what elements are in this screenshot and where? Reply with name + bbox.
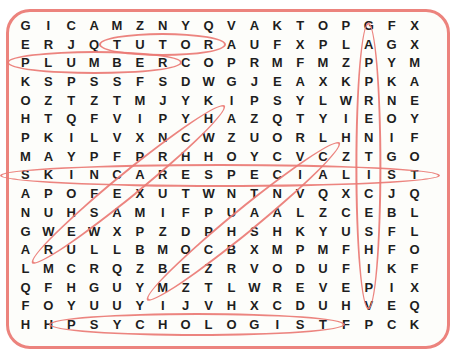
grid-cell[interactable]: H (14, 315, 37, 334)
grid-cell[interactable]: U (106, 297, 129, 316)
grid-cell[interactable]: Y (60, 147, 83, 166)
grid-cell[interactable]: B (106, 53, 129, 72)
grid-cell[interactable]: G (14, 222, 37, 241)
grid-cell[interactable]: E (174, 166, 197, 185)
grid-cell[interactable]: S (289, 315, 312, 334)
grid-cell[interactable]: R (357, 91, 380, 110)
grid-cell[interactable]: Y (174, 91, 197, 110)
grid-cell[interactable]: K (37, 166, 60, 185)
grid-cell[interactable]: A (403, 72, 426, 91)
grid-cell[interactable]: I (380, 278, 403, 297)
grid-cell[interactable]: O (14, 91, 37, 110)
grid-cell[interactable]: C (266, 147, 289, 166)
grid-cell[interactable]: T (174, 184, 197, 203)
grid-cell[interactable]: C (174, 53, 197, 72)
grid-cell[interactable]: L (14, 259, 37, 278)
grid-cell[interactable]: G (380, 147, 403, 166)
grid-cell[interactable]: O (403, 240, 426, 259)
grid-cell[interactable]: I (37, 16, 60, 35)
grid-cell[interactable]: N (380, 91, 403, 110)
grid-cell[interactable]: Q (14, 278, 37, 297)
grid-cell[interactable]: U (60, 240, 83, 259)
grid-cell[interactable]: F (403, 259, 426, 278)
grid-cell[interactable]: X (289, 35, 312, 54)
grid-cell[interactable]: A (289, 72, 312, 91)
grid-cell[interactable]: P (312, 35, 335, 54)
grid-cell[interactable]: Z (312, 203, 335, 222)
grid-cell[interactable]: T (197, 278, 220, 297)
grid-cell[interactable]: N (357, 128, 380, 147)
grid-cell[interactable]: E (174, 259, 197, 278)
grid-cell[interactable]: P (128, 147, 151, 166)
grid-cell[interactable]: P (128, 222, 151, 241)
grid-cell[interactable]: X (334, 184, 357, 203)
grid-cell[interactable]: O (380, 110, 403, 129)
grid-cell[interactable]: N (83, 166, 106, 185)
grid-cell[interactable]: I (151, 203, 174, 222)
grid-cell[interactable]: L (334, 35, 357, 54)
grid-cell[interactable]: L (83, 128, 106, 147)
grid-cell[interactable]: O (312, 16, 335, 35)
grid-cell[interactable]: P (357, 53, 380, 72)
grid-cell[interactable]: F (128, 72, 151, 91)
grid-cell[interactable]: N (151, 128, 174, 147)
grid-cell[interactable]: S (380, 166, 403, 185)
grid-cell[interactable]: Y (380, 53, 403, 72)
grid-cell[interactable]: U (106, 278, 129, 297)
grid-cell[interactable]: R (197, 35, 220, 54)
grid-cell[interactable]: Z (197, 259, 220, 278)
grid-cell[interactable]: V (289, 147, 312, 166)
grid-cell[interactable]: Y (128, 278, 151, 297)
grid-cell[interactable]: T (403, 166, 426, 185)
grid-cell[interactable]: Y (312, 110, 335, 129)
grid-cell[interactable]: G (83, 278, 106, 297)
grid-cell[interactable]: V (312, 278, 335, 297)
grid-cell[interactable]: F (266, 35, 289, 54)
grid-cell[interactable]: R (151, 166, 174, 185)
grid-cell[interactable]: H (197, 147, 220, 166)
grid-cell[interactable]: I (266, 315, 289, 334)
grid-cell[interactable]: F (380, 240, 403, 259)
grid-cell[interactable]: P (289, 240, 312, 259)
grid-cell[interactable]: P (151, 110, 174, 129)
grid-cell[interactable]: W (197, 72, 220, 91)
grid-cell[interactable]: O (60, 184, 83, 203)
grid-cell[interactable]: Y (174, 16, 197, 35)
grid-cell[interactable]: I (60, 166, 83, 185)
grid-cell[interactable]: W (37, 222, 60, 241)
grid-cell[interactable]: C (60, 16, 83, 35)
grid-cell[interactable]: L (403, 203, 426, 222)
grid-cell[interactable]: V (197, 297, 220, 316)
grid-cell[interactable]: P (60, 315, 83, 334)
grid-cell[interactable]: T (106, 91, 129, 110)
grid-cell[interactable]: C (357, 184, 380, 203)
grid-cell[interactable]: C (60, 259, 83, 278)
grid-cell[interactable]: N (14, 203, 37, 222)
grid-cell[interactable]: X (403, 35, 426, 54)
grid-cell[interactable]: I (220, 91, 243, 110)
grid-cell[interactable]: P (14, 128, 37, 147)
grid-cell[interactable]: A (243, 203, 266, 222)
grid-cell[interactable]: E (289, 278, 312, 297)
grid-cell[interactable]: L (197, 315, 220, 334)
grid-cell[interactable]: S (83, 315, 106, 334)
grid-cell[interactable]: V (106, 128, 129, 147)
grid-cell[interactable]: K (289, 222, 312, 241)
grid-cell[interactable]: U (243, 35, 266, 54)
grid-cell[interactable]: G (243, 315, 266, 334)
grid-cell[interactable]: Q (197, 16, 220, 35)
grid-cell[interactable]: H (37, 315, 60, 334)
grid-cell[interactable]: C (266, 166, 289, 185)
grid-cell[interactable]: G (14, 16, 37, 35)
grid-cell[interactable]: E (357, 203, 380, 222)
grid-cell[interactable]: F (380, 222, 403, 241)
grid-cell[interactable]: N (266, 184, 289, 203)
grid-cell[interactable]: I (357, 259, 380, 278)
grid-cell[interactable]: T (357, 147, 380, 166)
grid-cell[interactable]: T (289, 16, 312, 35)
grid-cell[interactable]: X (403, 278, 426, 297)
grid-cell[interactable]: U (60, 53, 83, 72)
grid-cell[interactable]: D (289, 297, 312, 316)
grid-cell[interactable]: P (357, 72, 380, 91)
grid-cell[interactable]: Q (60, 110, 83, 129)
grid-cell[interactable]: Z (83, 91, 106, 110)
grid-cell[interactable]: G (380, 35, 403, 54)
grid-cell[interactable]: Y (128, 297, 151, 316)
grid-cell[interactable]: F (289, 53, 312, 72)
grid-cell[interactable]: E (243, 166, 266, 185)
grid-cell[interactable]: I (151, 297, 174, 316)
grid-cell[interactable]: U (128, 35, 151, 54)
grid-cell[interactable]: R (37, 240, 60, 259)
grid-cell[interactable]: S (37, 72, 60, 91)
grid-cell[interactable]: A (37, 147, 60, 166)
grid-cell[interactable]: L (106, 240, 129, 259)
grid-cell[interactable]: K (197, 91, 220, 110)
grid-cell[interactable]: S (83, 72, 106, 91)
grid-cell[interactable]: P (197, 203, 220, 222)
grid-cell[interactable]: K (14, 72, 37, 91)
grid-cell[interactable]: P (220, 53, 243, 72)
grid-cell[interactable]: O (220, 315, 243, 334)
grid-cell[interactable]: F (83, 110, 106, 129)
grid-cell[interactable]: J (151, 91, 174, 110)
grid-cell[interactable]: H (151, 315, 174, 334)
grid-cell[interactable]: B (128, 240, 151, 259)
grid-cell[interactable]: O (174, 240, 197, 259)
grid-cell[interactable]: W (334, 91, 357, 110)
grid-cell[interactable]: S (243, 222, 266, 241)
grid-cell[interactable]: Z (128, 16, 151, 35)
grid-cell[interactable]: L (37, 53, 60, 72)
grid-cell[interactable]: Y (60, 297, 83, 316)
grid-cell[interactable]: A (220, 35, 243, 54)
grid-cell[interactable]: J (380, 184, 403, 203)
grid-cell[interactable]: M (128, 203, 151, 222)
grid-cell[interactable]: P (243, 91, 266, 110)
grid-cell[interactable]: D (289, 259, 312, 278)
grid-cell[interactable]: R (220, 259, 243, 278)
grid-cell[interactable]: C (312, 147, 335, 166)
grid-cell[interactable]: U (243, 128, 266, 147)
grid-cell[interactable]: X (312, 72, 335, 91)
grid-cell[interactable]: R (37, 35, 60, 54)
grid-cell[interactable]: F (174, 203, 197, 222)
grid-cell[interactable]: Q (83, 35, 106, 54)
grid-cell[interactable]: F (106, 147, 129, 166)
grid-cell[interactable]: Z (334, 147, 357, 166)
grid-cell[interactable]: T (289, 110, 312, 129)
grid-cell[interactable]: F (380, 16, 403, 35)
grid-cell[interactable]: O (220, 147, 243, 166)
grid-cell[interactable]: E (14, 35, 37, 54)
grid-cell[interactable]: D (174, 72, 197, 91)
grid-cell[interactable]: A (14, 184, 37, 203)
grid-cell[interactable]: N (220, 184, 243, 203)
grid-cell[interactable]: Z (220, 128, 243, 147)
grid-cell[interactable]: K (380, 72, 403, 91)
grid-cell[interactable]: H (220, 222, 243, 241)
grid-cell[interactable]: A (106, 203, 129, 222)
grid-cell[interactable]: V (220, 16, 243, 35)
grid-cell[interactable]: K (37, 128, 60, 147)
grid-cell[interactable]: H (14, 110, 37, 129)
grid-cell[interactable]: T (37, 110, 60, 129)
grid-cell[interactable]: L (289, 203, 312, 222)
grid-cell[interactable]: O (174, 315, 197, 334)
grid-cell[interactable]: K (403, 315, 426, 334)
grid-cell[interactable]: C (380, 315, 403, 334)
grid-cell[interactable]: H (197, 110, 220, 129)
grid-cell[interactable]: H (60, 203, 83, 222)
grid-cell[interactable]: E (380, 297, 403, 316)
grid-cell[interactable]: X (243, 240, 266, 259)
grid-cell[interactable]: M (83, 53, 106, 72)
grid-cell[interactable]: U (83, 297, 106, 316)
grid-cell[interactable]: K (334, 72, 357, 91)
grid-cell[interactable]: I (334, 110, 357, 129)
grid-cell[interactable]: P (334, 16, 357, 35)
grid-cell[interactable]: W (243, 278, 266, 297)
grid-cell[interactable]: R (83, 259, 106, 278)
grid-cell[interactable]: F (403, 128, 426, 147)
grid-cell[interactable]: P (14, 53, 37, 72)
grid-cell[interactable]: L (312, 91, 335, 110)
grid-cell[interactable]: O (266, 259, 289, 278)
grid-cell[interactable]: X (106, 222, 129, 241)
grid-cell[interactable]: M (266, 240, 289, 259)
grid-cell[interactable]: H (334, 297, 357, 316)
grid-cell[interactable]: R (243, 53, 266, 72)
grid-cell[interactable]: S (266, 91, 289, 110)
grid-cell[interactable]: Z (151, 222, 174, 241)
grid-cell[interactable]: L (403, 222, 426, 241)
grid-cell[interactable]: P (37, 184, 60, 203)
grid-cell[interactable]: Q (403, 184, 426, 203)
grid-cell[interactable]: H (60, 278, 83, 297)
grid-cell[interactable]: P (357, 278, 380, 297)
grid-cell[interactable]: R (151, 53, 174, 72)
grid-cell[interactable]: P (220, 166, 243, 185)
grid-cell[interactable]: F (83, 184, 106, 203)
grid-cell[interactable]: E (266, 72, 289, 91)
grid-cell[interactable]: C (197, 240, 220, 259)
grid-cell[interactable]: L (83, 240, 106, 259)
grid-cell[interactable]: W (197, 128, 220, 147)
grid-cell[interactable]: P (60, 72, 83, 91)
grid-cell[interactable]: X (243, 297, 266, 316)
grid-cell[interactable]: T (312, 315, 335, 334)
grid-cell[interactable]: F (334, 240, 357, 259)
grid-cell[interactable]: U (220, 203, 243, 222)
grid-cell[interactable]: T (60, 91, 83, 110)
grid-cell[interactable]: U (151, 184, 174, 203)
grid-cell[interactable]: M (403, 53, 426, 72)
grid-cell[interactable]: T (243, 184, 266, 203)
grid-cell[interactable]: V (243, 259, 266, 278)
grid-cell[interactable]: M (266, 53, 289, 72)
grid-cell[interactable]: O (37, 297, 60, 316)
grid-cell[interactable]: F (334, 315, 357, 334)
grid-cell[interactable]: S (151, 72, 174, 91)
grid-cell[interactable]: I (357, 166, 380, 185)
grid-cell[interactable]: U (312, 259, 335, 278)
grid-cell[interactable]: O (174, 35, 197, 54)
grid-cell[interactable]: E (106, 184, 129, 203)
grid-cell[interactable]: A (83, 16, 106, 35)
grid-cell[interactable]: R (151, 147, 174, 166)
grid-cell[interactable]: M (151, 240, 174, 259)
grid-cell[interactable]: L (334, 166, 357, 185)
grid-cell[interactable]: P (357, 315, 380, 334)
grid-cell[interactable]: H (220, 297, 243, 316)
grid-cell[interactable]: K (266, 16, 289, 35)
grid-cell[interactable]: A (266, 203, 289, 222)
grid-cell[interactable]: M (128, 91, 151, 110)
grid-cell[interactable]: Q (312, 184, 335, 203)
grid-cell[interactable]: V (289, 184, 312, 203)
grid-cell[interactable]: D (174, 222, 197, 241)
grid-cell[interactable]: W (83, 222, 106, 241)
grid-cell[interactable]: E (357, 110, 380, 129)
grid-cell[interactable]: I (60, 128, 83, 147)
grid-cell[interactable]: Q (106, 259, 129, 278)
grid-cell[interactable]: L (312, 128, 335, 147)
grid-cell[interactable]: M (14, 147, 37, 166)
grid-cell[interactable]: G (357, 16, 380, 35)
grid-cell[interactable]: I (289, 166, 312, 185)
grid-cell[interactable]: A (220, 110, 243, 129)
grid-cell[interactable]: A (312, 166, 335, 185)
grid-cell[interactable]: Z (243, 110, 266, 129)
grid-cell[interactable]: A (128, 166, 151, 185)
grid-cell[interactable]: Y (243, 147, 266, 166)
grid-cell[interactable]: Y (174, 110, 197, 129)
grid-cell[interactable]: M (151, 278, 174, 297)
grid-cell[interactable]: Y (312, 222, 335, 241)
grid-cell[interactable]: A (243, 16, 266, 35)
grid-cell[interactable]: Y (403, 110, 426, 129)
grid-cell[interactable]: C (128, 315, 151, 334)
grid-cell[interactable]: S (357, 222, 380, 241)
grid-cell[interactable]: P (83, 147, 106, 166)
grid-cell[interactable]: Z (174, 278, 197, 297)
grid-cell[interactable]: H (266, 222, 289, 241)
grid-cell[interactable]: C (174, 128, 197, 147)
grid-cell[interactable]: E (60, 222, 83, 241)
grid-cell[interactable]: X (403, 16, 426, 35)
grid-cell[interactable]: F (37, 278, 60, 297)
grid-cell[interactable]: O (197, 53, 220, 72)
grid-cell[interactable]: J (243, 72, 266, 91)
grid-cell[interactable]: W (197, 184, 220, 203)
grid-cell[interactable]: H (174, 147, 197, 166)
grid-cell[interactable]: Z (37, 91, 60, 110)
grid-cell[interactable]: Z (128, 259, 151, 278)
grid-cell[interactable]: L (220, 278, 243, 297)
grid-cell[interactable]: A (357, 35, 380, 54)
grid-cell[interactable]: V (357, 297, 380, 316)
grid-cell[interactable]: X (128, 128, 151, 147)
grid-cell[interactable]: O (266, 128, 289, 147)
grid-cell[interactable]: M (37, 259, 60, 278)
grid-cell[interactable]: Y (289, 91, 312, 110)
grid-cell[interactable]: V (106, 110, 129, 129)
grid-cell[interactable]: M (106, 16, 129, 35)
grid-cell[interactable]: F (334, 259, 357, 278)
grid-cell[interactable]: B (220, 240, 243, 259)
grid-cell[interactable]: R (266, 278, 289, 297)
grid-cell[interactable]: O (403, 147, 426, 166)
grid-cell[interactable]: K (380, 259, 403, 278)
grid-cell[interactable]: H (334, 128, 357, 147)
grid-cell[interactable]: U (334, 222, 357, 241)
grid-cell[interactable]: U (37, 203, 60, 222)
grid-cell[interactable]: E (403, 91, 426, 110)
grid-cell[interactable]: A (14, 240, 37, 259)
grid-cell[interactable]: B (380, 203, 403, 222)
grid-cell[interactable]: C (266, 297, 289, 316)
grid-cell[interactable]: M (312, 53, 335, 72)
grid-cell[interactable]: J (60, 35, 83, 54)
grid-cell[interactable]: Z (334, 53, 357, 72)
grid-cell[interactable]: I (380, 128, 403, 147)
grid-cell[interactable]: X (128, 184, 151, 203)
grid-cell[interactable]: C (334, 203, 357, 222)
grid-cell[interactable]: H (357, 240, 380, 259)
grid-cell[interactable]: S (197, 166, 220, 185)
grid-cell[interactable]: G (220, 72, 243, 91)
grid-cell[interactable]: P (197, 222, 220, 241)
grid-cell[interactable]: R (289, 128, 312, 147)
grid-cell[interactable]: N (151, 16, 174, 35)
grid-cell[interactable]: C (106, 166, 129, 185)
grid-cell[interactable]: E (334, 278, 357, 297)
grid-cell[interactable]: Q (266, 110, 289, 129)
grid-cell[interactable]: I (128, 110, 151, 129)
grid-cell[interactable]: S (106, 72, 129, 91)
grid-cell[interactable]: M (312, 240, 335, 259)
grid-cell[interactable]: F (14, 297, 37, 316)
grid-cell[interactable]: T (151, 35, 174, 54)
grid-cell[interactable]: E (128, 53, 151, 72)
grid-cell[interactable]: B (151, 259, 174, 278)
grid-cell[interactable]: Q (403, 297, 426, 316)
